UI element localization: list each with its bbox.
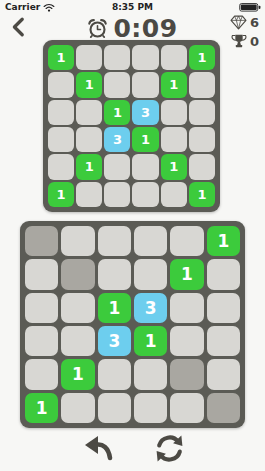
play-board[interactable]: 11133111 [20, 221, 245, 428]
gem-count: 6 [250, 15, 259, 30]
cell-r6c3 [104, 182, 130, 207]
cell-r4c5[interactable] [170, 326, 203, 356]
cell-r5c4 [132, 154, 158, 179]
timer-label: 0:09 [113, 14, 177, 43]
cell-r6c5[interactable] [170, 393, 203, 423]
gem-counter: 6 [230, 15, 259, 30]
cell-r6c6[interactable] [207, 393, 240, 423]
cell-r2c4[interactable] [134, 259, 167, 289]
cell-r3c3[interactable]: 1 [98, 293, 131, 323]
cell-r4c3: 3 [104, 127, 130, 152]
cell-r3c5 [161, 100, 187, 125]
restart-icon [153, 432, 186, 465]
cell-r5c5: 1 [161, 154, 187, 179]
timer-group: 0:09 [0, 15, 265, 41]
cell-r5c3 [104, 154, 130, 179]
cell-r1c2[interactable] [61, 226, 94, 256]
battery-icon [239, 3, 261, 12]
cell-r4c6 [189, 127, 215, 152]
trophy-count: 0 [250, 34, 259, 49]
cell-r3c5[interactable] [170, 293, 203, 323]
cell-r2c3 [104, 72, 130, 97]
cell-r5c3[interactable] [98, 359, 131, 389]
alarm-clock-icon [87, 18, 108, 39]
cell-r5c1[interactable] [25, 359, 58, 389]
cell-r3c1 [48, 100, 74, 125]
cell-r6c2 [76, 182, 102, 207]
cell-r3c1[interactable] [25, 293, 58, 323]
cell-r1c6[interactable]: 1 [207, 226, 240, 256]
cell-r3c3: 1 [104, 100, 130, 125]
cell-r5c6 [189, 154, 215, 179]
cell-r2c2[interactable] [61, 259, 94, 289]
cell-r1c5 [161, 45, 187, 70]
undo-icon [82, 434, 114, 464]
cell-r3c4[interactable]: 3 [134, 293, 167, 323]
cell-r2c2: 1 [76, 72, 102, 97]
cell-r2c6[interactable] [207, 259, 240, 289]
cell-r3c2 [76, 100, 102, 125]
cell-r3c4: 3 [132, 100, 158, 125]
restart-button[interactable] [153, 432, 186, 465]
cell-r3c6 [189, 100, 215, 125]
cell-r1c2 [76, 45, 102, 70]
cell-r1c5[interactable] [170, 226, 203, 256]
cell-r4c6[interactable] [207, 326, 240, 356]
cell-r1c4 [132, 45, 158, 70]
status-bar: Carrier 8:35 PM [0, 0, 265, 14]
cell-r2c5: 1 [161, 72, 187, 97]
cell-r2c1[interactable] [25, 259, 58, 289]
cell-r5c1 [48, 154, 74, 179]
clock-label: 8:35 PM [0, 2, 265, 12]
cell-r2c1 [48, 72, 74, 97]
cell-r1c3[interactable] [98, 226, 131, 256]
cell-r4c2[interactable] [61, 326, 94, 356]
cell-r6c4 [132, 182, 158, 207]
trophy-counter: 0 [231, 33, 259, 49]
cell-r1c4[interactable] [134, 226, 167, 256]
cell-r1c3 [104, 45, 130, 70]
cell-r6c3[interactable] [98, 393, 131, 423]
cell-r2c3[interactable] [98, 259, 131, 289]
cell-r1c1: 1 [48, 45, 74, 70]
undo-button[interactable] [82, 434, 114, 464]
cell-r4c1[interactable] [25, 326, 58, 356]
cell-r5c6[interactable] [207, 359, 240, 389]
cell-r2c4 [132, 72, 158, 97]
gem-icon [230, 15, 247, 30]
cell-r1c6: 1 [189, 45, 215, 70]
cell-r3c2[interactable] [61, 293, 94, 323]
cell-r5c2: 1 [76, 154, 102, 179]
cell-r4c2 [76, 127, 102, 152]
cell-r4c1 [48, 127, 74, 152]
target-board: 111113311111 [43, 40, 220, 212]
cell-r6c1[interactable]: 1 [25, 393, 58, 423]
cell-r5c2[interactable]: 1 [61, 359, 94, 389]
cell-r6c5 [161, 182, 187, 207]
cell-r2c5[interactable]: 1 [170, 259, 203, 289]
cell-r5c4[interactable] [134, 359, 167, 389]
cell-r3c6[interactable] [207, 293, 240, 323]
trophy-icon [231, 33, 247, 49]
cell-r4c3[interactable]: 3 [98, 326, 131, 356]
cell-r4c4[interactable]: 1 [134, 326, 167, 356]
cell-r5c5[interactable] [170, 359, 203, 389]
cell-r6c2[interactable] [61, 393, 94, 423]
stats-panel: 6 0 [230, 15, 259, 49]
cell-r2c6 [189, 72, 215, 97]
cell-r1c1[interactable] [25, 226, 58, 256]
cell-r6c6: 1 [189, 182, 215, 207]
cell-r4c4: 1 [132, 127, 158, 152]
cell-r6c1: 1 [48, 182, 74, 207]
cell-r6c4[interactable] [134, 393, 167, 423]
cell-r4c5 [161, 127, 187, 152]
